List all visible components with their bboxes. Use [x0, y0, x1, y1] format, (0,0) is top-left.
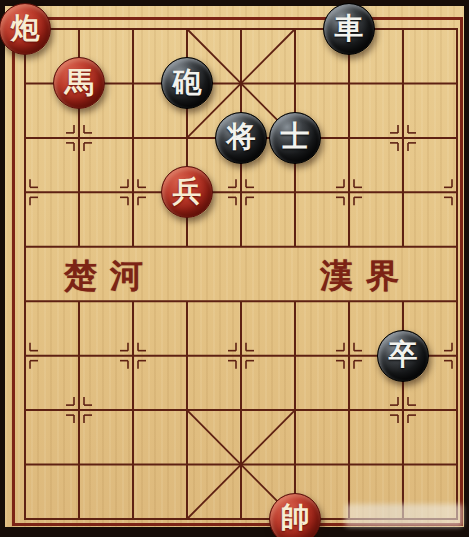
piece-red-soldier[interactable]: 兵: [161, 166, 213, 218]
piece-red-horse[interactable]: 馬: [53, 57, 105, 109]
red-horse-glyph: 馬: [65, 68, 94, 97]
piece-red-cannon[interactable]: 炮: [0, 3, 51, 55]
red-general-glyph: 帥: [281, 503, 310, 532]
black-soldier-glyph: 卒: [389, 340, 418, 369]
piece-black-chariot[interactable]: 車: [323, 3, 375, 55]
red-cannon-glyph: 炮: [11, 14, 40, 43]
black-general-glyph: 将: [227, 122, 256, 151]
piece-black-cannon[interactable]: 砲: [161, 57, 213, 109]
xiangqi-app: 楚河 漢界 炮車馬砲将士兵卒帥: [0, 0, 469, 537]
red-soldier-glyph: 兵: [173, 177, 202, 206]
piece-black-general[interactable]: 将: [215, 112, 267, 164]
piece-black-soldier[interactable]: 卒: [377, 330, 429, 382]
piece-red-general[interactable]: 帥: [269, 493, 321, 537]
piece-black-advisor[interactable]: 士: [269, 112, 321, 164]
black-cannon-glyph: 砲: [173, 68, 202, 97]
black-advisor-glyph: 士: [281, 122, 310, 151]
piece-layer: 炮車馬砲将士兵卒帥: [0, 2, 469, 537]
black-chariot-glyph: 車: [335, 14, 364, 43]
blurred-watermark: [345, 504, 463, 527]
